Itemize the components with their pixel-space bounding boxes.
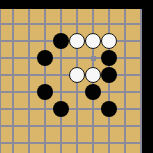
grid-line-horizontal (0, 125, 142, 127)
go-board[interactable] (0, 9, 142, 153)
black-stone[interactable] (85, 84, 101, 100)
grid-line-horizontal (0, 57, 142, 59)
go-app-screenshot (0, 0, 153, 153)
black-stone[interactable] (101, 101, 117, 117)
black-stone[interactable] (53, 101, 69, 117)
black-stone[interactable] (101, 67, 117, 83)
white-stone[interactable] (69, 33, 85, 49)
grid-line-horizontal (0, 91, 142, 93)
grid-line-horizontal (0, 23, 142, 25)
letterbox-top-bar (0, 0, 153, 9)
grid-line-vertical (12, 9, 14, 153)
white-stone[interactable] (85, 67, 101, 83)
star-point-marker (91, 56, 96, 61)
grid-line-vertical (44, 9, 46, 153)
white-stone[interactable] (101, 33, 117, 49)
grid-line-vertical (124, 9, 126, 153)
grid-line-vertical-edge (0, 9, 1, 153)
white-stone[interactable] (69, 67, 85, 83)
grid-line-horizontal (0, 142, 142, 144)
black-stone[interactable] (37, 50, 53, 66)
letterbox-right-bar (142, 0, 153, 153)
black-stone[interactable] (101, 50, 117, 66)
grid-line-horizontal (0, 108, 142, 110)
black-stone[interactable] (37, 84, 53, 100)
grid-line-vertical (28, 9, 30, 153)
white-stone[interactable] (85, 33, 101, 49)
black-stone[interactable] (53, 33, 69, 49)
grid-line-vertical (60, 9, 62, 153)
